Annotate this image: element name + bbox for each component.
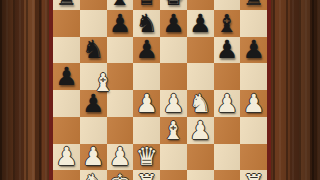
- white-rook-d1[interactable]: ♜: [135, 171, 157, 180]
- square-c2[interactable]: ♟: [107, 144, 134, 171]
- white-pawn-h4[interactable]: ♟: [242, 91, 264, 116]
- square-d6[interactable]: ♟: [133, 37, 160, 64]
- white-pawn-d4[interactable]: ♟: [135, 91, 157, 116]
- square-b3[interactable]: [80, 117, 107, 144]
- square-g1[interactable]: [214, 170, 241, 180]
- square-f2[interactable]: [187, 144, 214, 171]
- square-f4[interactable]: ♞: [187, 90, 214, 117]
- black-rook-a8[interactable]: ♜: [55, 0, 77, 9]
- square-d5[interactable]: [133, 63, 160, 90]
- square-d4[interactable]: ♟: [133, 90, 160, 117]
- square-e3[interactable]: ♝: [160, 117, 187, 144]
- black-knight-b6[interactable]: ♞: [82, 37, 104, 62]
- square-g5[interactable]: [214, 63, 241, 90]
- black-rook-h8[interactable]: ♜: [242, 0, 264, 9]
- square-b1[interactable]: ♞: [80, 170, 107, 180]
- black-bishop-g7[interactable]: ♝: [216, 11, 238, 36]
- square-d2[interactable]: ♛: [133, 144, 160, 171]
- square-e1[interactable]: [160, 170, 187, 180]
- black-king-e8[interactable]: ♚: [162, 0, 184, 9]
- black-bishop-c8[interactable]: ♝: [109, 0, 131, 9]
- square-h7[interactable]: [240, 10, 267, 37]
- white-pawn-g4[interactable]: ♟: [216, 91, 238, 116]
- square-h8[interactable]: ♜: [240, 0, 267, 10]
- square-h5[interactable]: [240, 63, 267, 90]
- square-b6[interactable]: ♞: [80, 37, 107, 64]
- square-b8[interactable]: [80, 0, 107, 10]
- square-f5[interactable]: [187, 63, 214, 90]
- square-a5[interactable]: ♟: [53, 63, 80, 90]
- square-e5[interactable]: [160, 63, 187, 90]
- black-pawn-h6[interactable]: ♟: [242, 37, 264, 62]
- square-g2[interactable]: [214, 144, 241, 171]
- square-b2[interactable]: ♟: [80, 144, 107, 171]
- square-a7[interactable]: [53, 10, 80, 37]
- square-e7[interactable]: ♟: [160, 10, 187, 37]
- square-g3[interactable]: [214, 117, 241, 144]
- black-pawn-f7[interactable]: ♟: [189, 11, 211, 36]
- square-c7[interactable]: ♟: [107, 10, 134, 37]
- black-queen-d8[interactable]: ♛: [135, 0, 157, 9]
- square-d7[interactable]: ♞: [133, 10, 160, 37]
- white-pawn-b2[interactable]: ♟: [82, 144, 104, 169]
- square-a6[interactable]: [53, 37, 80, 64]
- white-bishop-e3[interactable]: ♝: [162, 118, 184, 143]
- square-e6[interactable]: [160, 37, 187, 64]
- square-g6[interactable]: ♟: [214, 37, 241, 64]
- black-pawn-d6[interactable]: ♟: [135, 37, 157, 62]
- square-h1[interactable]: ♜: [240, 170, 267, 180]
- white-bishop-b5[interactable]: ♝: [92, 70, 114, 95]
- square-b7[interactable]: [80, 10, 107, 37]
- white-pawn-f3[interactable]: ♟: [189, 118, 211, 143]
- square-a1[interactable]: [53, 170, 80, 180]
- white-pawn-c2[interactable]: ♟: [109, 144, 131, 169]
- white-pawn-e4[interactable]: ♟: [162, 91, 184, 116]
- white-king-c1[interactable]: ♚: [109, 171, 131, 180]
- square-d3[interactable]: [133, 117, 160, 144]
- square-f6[interactable]: [187, 37, 214, 64]
- white-pawn-a2[interactable]: ♟: [55, 144, 77, 169]
- board-grid: ♜♝♛♚♜♟♞♟♟♝♞♟♟♟♟♝♟♟♟♞♟♟♝♟♟♟♟♛♞♚♜♜: [53, 0, 267, 180]
- black-knight-d7[interactable]: ♞: [135, 11, 157, 36]
- black-pawn-a5[interactable]: ♟: [55, 64, 77, 89]
- square-c6[interactable]: [107, 37, 134, 64]
- white-knight-b1[interactable]: ♞: [82, 171, 104, 180]
- square-c1[interactable]: ♚: [107, 170, 134, 180]
- white-queen-d2[interactable]: ♛: [135, 144, 157, 169]
- square-g4[interactable]: ♟: [214, 90, 241, 117]
- square-a3[interactable]: [53, 117, 80, 144]
- black-pawn-e7[interactable]: ♟: [162, 11, 184, 36]
- square-c3[interactable]: [107, 117, 134, 144]
- square-h6[interactable]: ♟: [240, 37, 267, 64]
- square-d1[interactable]: ♜: [133, 170, 160, 180]
- square-f7[interactable]: ♟: [187, 10, 214, 37]
- square-f1[interactable]: [187, 170, 214, 180]
- chess-video-frame: ♜♝♛♚♜♟♞♟♟♝♞♟♟♟♟♝♟♟♟♞♟♟♝♟♟♟♟♛♞♚♜♜: [0, 0, 320, 180]
- square-e2[interactable]: [160, 144, 187, 171]
- white-knight-f4[interactable]: ♞: [189, 91, 211, 116]
- square-h3[interactable]: [240, 117, 267, 144]
- square-h4[interactable]: ♟: [240, 90, 267, 117]
- chess-board: ♜♝♛♚♜♟♞♟♟♝♞♟♟♟♟♝♟♟♟♞♟♟♝♟♟♟♟♛♞♚♜♜: [49, 0, 271, 180]
- square-e4[interactable]: ♟: [160, 90, 187, 117]
- square-g7[interactable]: ♝: [214, 10, 241, 37]
- square-a2[interactable]: ♟: [53, 144, 80, 171]
- square-a4[interactable]: [53, 90, 80, 117]
- square-h2[interactable]: [240, 144, 267, 171]
- square-b5[interactable]: ♝: [80, 63, 107, 90]
- square-a8[interactable]: ♜: [53, 0, 80, 10]
- black-pawn-g6[interactable]: ♟: [216, 37, 238, 62]
- black-pawn-c7[interactable]: ♟: [109, 11, 131, 36]
- white-rook-h1[interactable]: ♜: [242, 171, 264, 180]
- square-f3[interactable]: ♟: [187, 117, 214, 144]
